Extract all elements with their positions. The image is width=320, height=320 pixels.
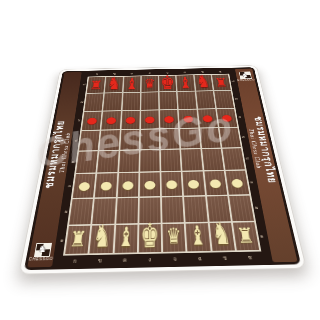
white-khun-king-piece[interactable]: ♚ [140, 220, 159, 254]
board-middle: ๘๗๖๕๔๓๒๑ ♜♞♝♛♚♝♞♜●●●●●●●●●●●●●●●●♜♞♝♚♛♝♞… [56, 74, 267, 256]
coord-label: ๗ [80, 101, 83, 104]
square-b1[interactable]: ♞ [90, 225, 114, 253]
coord-label: ๕ [241, 136, 245, 139]
square-b7[interactable] [103, 93, 121, 110]
square-e1[interactable]: ♛ [162, 224, 185, 252]
white-bia-pawn-piece[interactable]: ● [120, 175, 136, 195]
square-b8[interactable]: ♞ [105, 77, 123, 93]
white-met-piece[interactable]: ♛ [166, 226, 182, 248]
coord-label: ค [123, 257, 127, 262]
coord-label: ง [148, 257, 151, 262]
red-ruea-rook-piece[interactable]: ♜ [89, 79, 103, 91]
board-column: กขคงจฉชซ ๘๗๖๕๔๓๒๑ ♜♞♝♛♚♝♞♜●●●●●●●●●●●●●●… [55, 69, 270, 267]
logo-label: CHESSGO [28, 257, 53, 261]
red-bia-pawn-piece[interactable]: ● [181, 111, 196, 127]
square-b4[interactable] [97, 151, 118, 173]
square-e8[interactable]: ♚ [159, 76, 176, 92]
square-a2[interactable] [69, 199, 93, 225]
coord-label: ๒ [64, 210, 68, 214]
white-bia-pawn-piece[interactable]: ● [76, 176, 93, 196]
chess-club-logo-left: ♞ CHESSGO [28, 242, 55, 261]
red-met-piece[interactable]: ♛ [144, 77, 155, 90]
red-bia-pawn-piece[interactable]: ● [84, 113, 99, 129]
white-khon-piece[interactable]: ♝ [117, 224, 134, 251]
square-f2[interactable] [184, 196, 207, 222]
square-c2[interactable] [116, 198, 138, 224]
square-h1[interactable]: ♜ [233, 222, 260, 250]
square-h4[interactable] [222, 148, 245, 170]
red-khun-king-piece[interactable]: ♚ [160, 73, 175, 92]
square-c6[interactable]: ● [121, 111, 139, 129]
square-c5[interactable] [120, 130, 139, 150]
checkerboard-logo-icon: ♞ [239, 71, 252, 78]
coord-label: ฉ [198, 256, 202, 261]
white-bia-pawn-piece[interactable]: ● [207, 173, 224, 193]
square-d4[interactable] [140, 150, 160, 172]
coord-label: ๓ [68, 184, 72, 188]
square-a7[interactable] [84, 94, 103, 111]
white-bia-pawn-piece[interactable]: ● [228, 172, 246, 192]
white-ma-knight-piece[interactable]: ♞ [211, 219, 233, 250]
square-f7[interactable] [178, 92, 196, 109]
white-ruea-rook-piece[interactable]: ♜ [235, 225, 255, 246]
red-bia-pawn-piece[interactable]: ● [104, 112, 118, 128]
square-g7[interactable] [196, 91, 215, 108]
white-ma-knight-piece[interactable]: ♞ [92, 222, 112, 254]
red-bia-pawn-piece[interactable]: ● [162, 111, 176, 127]
square-f4[interactable] [181, 149, 202, 171]
square-f6[interactable]: ● [179, 109, 198, 127]
red-ruea-rook-piece[interactable]: ♜ [214, 76, 229, 88]
coord-label: ๒ [255, 206, 259, 210]
square-d1[interactable]: ♚ [139, 224, 162, 252]
coord-label: ๖ [238, 116, 241, 119]
coord-label: ๖ [78, 119, 81, 122]
red-bia-pawn-piece[interactable]: ● [123, 112, 137, 128]
square-d3[interactable]: ● [140, 173, 161, 197]
makruk-board-mat: ชมรมหมากรุกไทย Thai Chess Club ♞ CHESSGO… [18, 65, 307, 274]
square-e4[interactable] [161, 150, 181, 172]
square-c4[interactable] [119, 150, 139, 172]
coord-label: ๘ [231, 80, 234, 82]
square-b5[interactable] [99, 130, 119, 150]
red-ma-knight-piece[interactable]: ♞ [196, 73, 211, 91]
square-e6[interactable]: ● [160, 110, 179, 128]
square-a4[interactable] [76, 151, 98, 173]
white-bia-pawn-piece[interactable]: ● [185, 173, 202, 193]
logo-label: CHESSGO [237, 79, 255, 81]
red-bia-pawn-piece[interactable]: ● [200, 110, 215, 126]
red-bia-pawn-piece[interactable]: ● [143, 111, 157, 127]
square-f3[interactable]: ● [183, 172, 205, 196]
coord-label: ค [131, 72, 134, 75]
coord-label: ช [223, 255, 227, 260]
square-h7[interactable] [214, 91, 234, 108]
coord-label: ก [95, 73, 98, 76]
coord-label: ๕ [74, 139, 78, 142]
square-c3[interactable]: ● [117, 173, 138, 197]
coord-label: ง [149, 72, 151, 75]
square-c8[interactable]: ♝ [123, 76, 140, 92]
square-d6[interactable]: ● [141, 110, 159, 128]
square-a3[interactable]: ● [73, 174, 96, 198]
white-ruea-rook-piece[interactable]: ♜ [68, 229, 88, 250]
square-a1[interactable]: ♜ [65, 225, 90, 253]
square-g3[interactable]: ● [204, 171, 227, 195]
square-a5[interactable] [79, 131, 100, 151]
square-h8[interactable]: ♜ [212, 74, 231, 90]
square-c1[interactable]: ♝ [114, 224, 137, 252]
square-h5[interactable] [219, 128, 241, 148]
white-bia-pawn-piece[interactable]: ● [164, 174, 180, 194]
square-h3[interactable]: ● [225, 171, 249, 195]
board-frame: ชมรมหมากรุกไทย Thai Chess Club ♞ CHESSGO… [24, 67, 301, 270]
square-d5[interactable] [140, 129, 159, 149]
square-g5[interactable] [200, 128, 221, 148]
coord-label: ฉ [183, 71, 186, 74]
coord-label: ๑ [260, 234, 264, 238]
square-g1[interactable]: ♞ [209, 223, 234, 251]
coord-label: ข [98, 258, 102, 263]
coord-label: ๑ [60, 238, 64, 242]
chess-club-logo-right: ♞ CHESSGO [236, 71, 256, 81]
checkerboard-logo-icon: ♞ [33, 242, 51, 256]
square-h2[interactable] [229, 195, 254, 221]
board-grid: ♜♞♝♛♚♝♞♜●●●●●●●●●●●●●●●●♜♞♝♚♛♝♞♜ [63, 74, 261, 256]
coord-label: ซ [218, 70, 221, 73]
square-f1[interactable]: ♝ [186, 223, 210, 251]
square-a6[interactable]: ● [82, 111, 102, 129]
square-b3[interactable]: ● [95, 173, 117, 197]
square-g8[interactable]: ♞ [194, 75, 212, 91]
red-khon-piece[interactable]: ♝ [125, 76, 138, 91]
coord-label: ก [73, 258, 77, 263]
square-c7[interactable] [122, 93, 140, 110]
red-bia-pawn-piece[interactable]: ● [219, 110, 235, 126]
coord-label: ๔ [71, 161, 75, 164]
coord-label: ๓ [250, 180, 254, 184]
square-d8[interactable]: ♛ [141, 76, 158, 92]
square-b6[interactable]: ● [101, 111, 120, 129]
product-photo-scene: ชมรมหมากรุกไทย Thai Chess Club ♞ CHESSGO… [0, 0, 320, 320]
coord-label: ซ [247, 255, 252, 260]
white-bia-pawn-piece[interactable]: ● [98, 175, 115, 195]
square-e2[interactable] [162, 197, 184, 223]
coord-label: จ [173, 256, 177, 261]
square-e5[interactable] [160, 129, 179, 149]
white-khon-piece[interactable]: ♝ [189, 222, 207, 249]
white-bia-pawn-piece[interactable]: ● [142, 174, 157, 194]
square-f8[interactable]: ♝ [177, 75, 195, 91]
coord-label: ๗ [234, 97, 237, 100]
square-h6[interactable]: ● [217, 109, 238, 127]
square-g4[interactable] [202, 149, 224, 171]
knight-icon: ♞ [37, 245, 48, 254]
square-f5[interactable] [180, 128, 200, 148]
square-g6[interactable]: ● [198, 109, 218, 127]
square-e7[interactable] [159, 92, 177, 109]
red-khon-piece[interactable]: ♝ [179, 75, 192, 90]
knight-icon: ♞ [241, 73, 249, 78]
square-e3[interactable]: ● [161, 172, 182, 196]
square-d7[interactable] [141, 92, 158, 109]
red-ma-knight-piece[interactable]: ♞ [107, 75, 122, 93]
square-a8[interactable]: ♜ [87, 77, 105, 93]
coord-label: ๔ [245, 157, 249, 160]
